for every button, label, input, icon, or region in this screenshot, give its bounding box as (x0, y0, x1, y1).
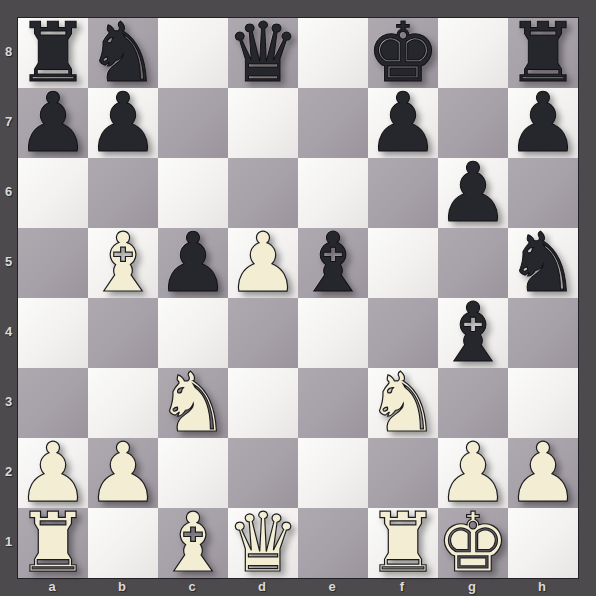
rank-label-6: 6 (0, 157, 17, 227)
rank-label-8: 8 (0, 17, 17, 87)
square-b7[interactable]: ♟ (88, 88, 158, 158)
chess-board[interactable]: ♜♞♛♚♜♟♟♟♟♟♝♟♟♝♞♝♞♞♟♟♟♟♜♝♛♜♚ (17, 17, 579, 579)
square-c8[interactable] (158, 18, 228, 88)
black-pawn-icon[interactable]: ♟ (16, 88, 90, 158)
white-pawn-icon[interactable]: ♟ (226, 228, 300, 298)
square-h2[interactable]: ♟ (508, 438, 578, 508)
white-knight-icon[interactable]: ♞ (366, 368, 440, 438)
square-d8[interactable]: ♛ (228, 18, 298, 88)
white-king-icon[interactable]: ♚ (436, 508, 510, 578)
square-g6[interactable]: ♟ (438, 158, 508, 228)
square-f6[interactable] (368, 158, 438, 228)
white-rook-icon[interactable]: ♜ (366, 508, 440, 578)
square-a4[interactable] (18, 298, 88, 368)
white-rook-icon[interactable]: ♜ (16, 508, 90, 578)
square-d7[interactable] (228, 88, 298, 158)
square-b5[interactable]: ♝ (88, 228, 158, 298)
white-bishop-icon[interactable]: ♝ (86, 228, 160, 298)
black-pawn-icon[interactable]: ♟ (156, 228, 230, 298)
square-c5[interactable]: ♟ (158, 228, 228, 298)
square-h7[interactable]: ♟ (508, 88, 578, 158)
rank-label-4: 4 (0, 297, 17, 367)
white-bishop-icon[interactable]: ♝ (156, 508, 230, 578)
square-f3[interactable]: ♞ (368, 368, 438, 438)
black-pawn-icon[interactable]: ♟ (506, 88, 580, 158)
rank-label-3: 3 (0, 367, 17, 437)
rank-label-7: 7 (0, 87, 17, 157)
black-pawn-icon[interactable]: ♟ (436, 158, 510, 228)
chess-board-frame: ♜♞♛♚♜♟♟♟♟♟♝♟♟♝♞♝♞♞♟♟♟♟♜♝♛♜♚ 87654321abcd… (0, 0, 596, 596)
white-pawn-icon[interactable]: ♟ (86, 438, 160, 508)
file-label-h: h (507, 578, 577, 596)
square-h4[interactable] (508, 298, 578, 368)
square-b2[interactable]: ♟ (88, 438, 158, 508)
square-c1[interactable]: ♝ (158, 508, 228, 578)
square-g4[interactable]: ♝ (438, 298, 508, 368)
file-label-d: d (227, 578, 297, 596)
square-d3[interactable] (228, 368, 298, 438)
square-e1[interactable] (298, 508, 368, 578)
square-a1[interactable]: ♜ (18, 508, 88, 578)
file-label-a: a (17, 578, 87, 596)
square-f7[interactable]: ♟ (368, 88, 438, 158)
square-f1[interactable]: ♜ (368, 508, 438, 578)
white-knight-icon[interactable]: ♞ (156, 368, 230, 438)
black-pawn-icon[interactable]: ♟ (86, 88, 160, 158)
square-g1[interactable]: ♚ (438, 508, 508, 578)
file-label-f: f (367, 578, 437, 596)
square-e7[interactable] (298, 88, 368, 158)
white-queen-icon[interactable]: ♛ (226, 508, 300, 578)
square-a5[interactable] (18, 228, 88, 298)
square-d4[interactable] (228, 298, 298, 368)
square-g8[interactable] (438, 18, 508, 88)
black-queen-icon[interactable]: ♛ (226, 18, 300, 88)
square-e8[interactable] (298, 18, 368, 88)
square-h5[interactable]: ♞ (508, 228, 578, 298)
file-label-b: b (87, 578, 157, 596)
square-d5[interactable]: ♟ (228, 228, 298, 298)
square-b4[interactable] (88, 298, 158, 368)
square-b1[interactable] (88, 508, 158, 578)
black-knight-icon[interactable]: ♞ (506, 228, 580, 298)
black-bishop-icon[interactable]: ♝ (296, 228, 370, 298)
file-label-g: g (437, 578, 507, 596)
square-h1[interactable] (508, 508, 578, 578)
square-a7[interactable]: ♟ (18, 88, 88, 158)
black-pawn-icon[interactable]: ♟ (366, 88, 440, 158)
square-e5[interactable]: ♝ (298, 228, 368, 298)
file-label-c: c (157, 578, 227, 596)
rank-label-5: 5 (0, 227, 17, 297)
rank-label-2: 2 (0, 437, 17, 507)
black-bishop-icon[interactable]: ♝ (436, 298, 510, 368)
square-c3[interactable]: ♞ (158, 368, 228, 438)
square-a6[interactable] (18, 158, 88, 228)
square-d1[interactable]: ♛ (228, 508, 298, 578)
square-c7[interactable] (158, 88, 228, 158)
square-e4[interactable] (298, 298, 368, 368)
square-e2[interactable] (298, 438, 368, 508)
square-e3[interactable] (298, 368, 368, 438)
white-pawn-icon[interactable]: ♟ (506, 438, 580, 508)
rank-label-1: 1 (0, 507, 17, 577)
file-label-e: e (297, 578, 367, 596)
square-f5[interactable] (368, 228, 438, 298)
